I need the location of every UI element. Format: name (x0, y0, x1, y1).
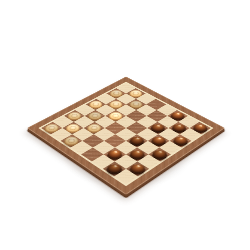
scene-caption: Wooden checkers board with pieces in the… (0, 0, 1, 1)
product-photo: Wooden checkers board with pieces in the… (0, 0, 250, 250)
